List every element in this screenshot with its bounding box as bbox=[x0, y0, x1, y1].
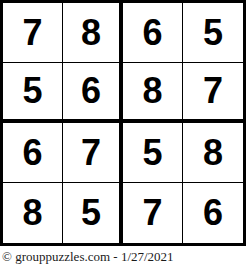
cell-r3c3: 5 bbox=[123, 123, 183, 183]
cell-r1c1: 7 bbox=[3, 3, 63, 63]
cell-r4c3: 7 bbox=[123, 183, 183, 243]
cell-r4c1: 8 bbox=[3, 183, 63, 243]
sudoku-board: 7865568767588576 bbox=[0, 0, 246, 246]
cell-r3c4: 8 bbox=[183, 123, 243, 183]
cell-r1c2: 8 bbox=[63, 3, 123, 63]
cell-r3c2: 7 bbox=[63, 123, 123, 183]
cell-r1c4: 5 bbox=[183, 3, 243, 63]
cell-r2c1: 5 bbox=[3, 63, 63, 123]
cell-r4c2: 5 bbox=[63, 183, 123, 243]
copyright-credit: © grouppuzzles.com - 1/27/2021 bbox=[2, 249, 174, 265]
cell-r1c3: 6 bbox=[123, 3, 183, 63]
cell-r3c1: 6 bbox=[3, 123, 63, 183]
cell-r4c4: 6 bbox=[183, 183, 243, 243]
cell-r2c3: 8 bbox=[123, 63, 183, 123]
cell-r2c2: 6 bbox=[63, 63, 123, 123]
cell-r2c4: 7 bbox=[183, 63, 243, 123]
